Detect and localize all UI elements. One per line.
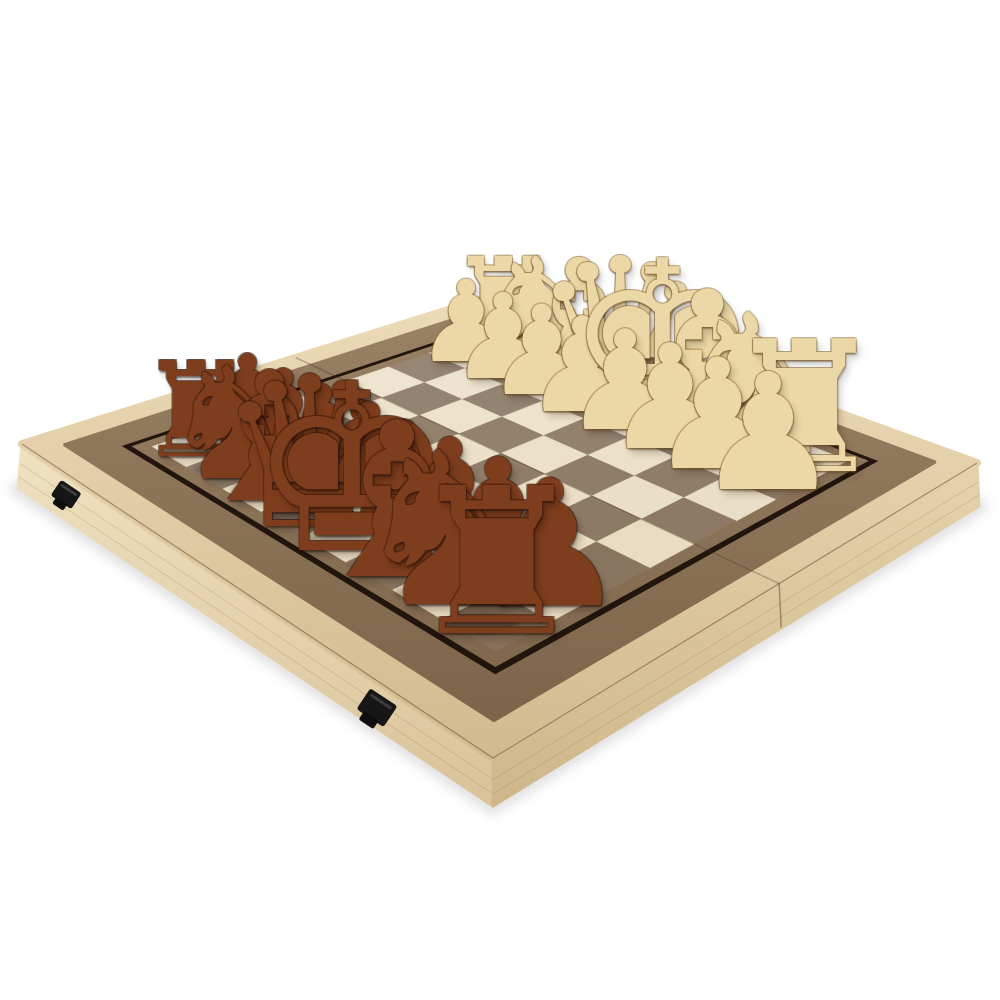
piece-black-rook-h8[interactable]: ♜ (406, 462, 588, 665)
pieces-layer: ♜♟♞♟♝♟♛♟♚♟♝♟♟♞♜♟♟♜♞♟♟♝♟♛♟♚♟♝♟♞♟♜ (0, 0, 1000, 1000)
chess-set-scene: ♜♟♞♟♝♟♛♟♚♟♝♟♟♞♜♟♟♜♞♟♟♝♟♛♟♚♟♝♟♞♟♜ (0, 0, 1000, 1000)
piece-white-pawn-h2[interactable]: ♟ (695, 352, 840, 514)
